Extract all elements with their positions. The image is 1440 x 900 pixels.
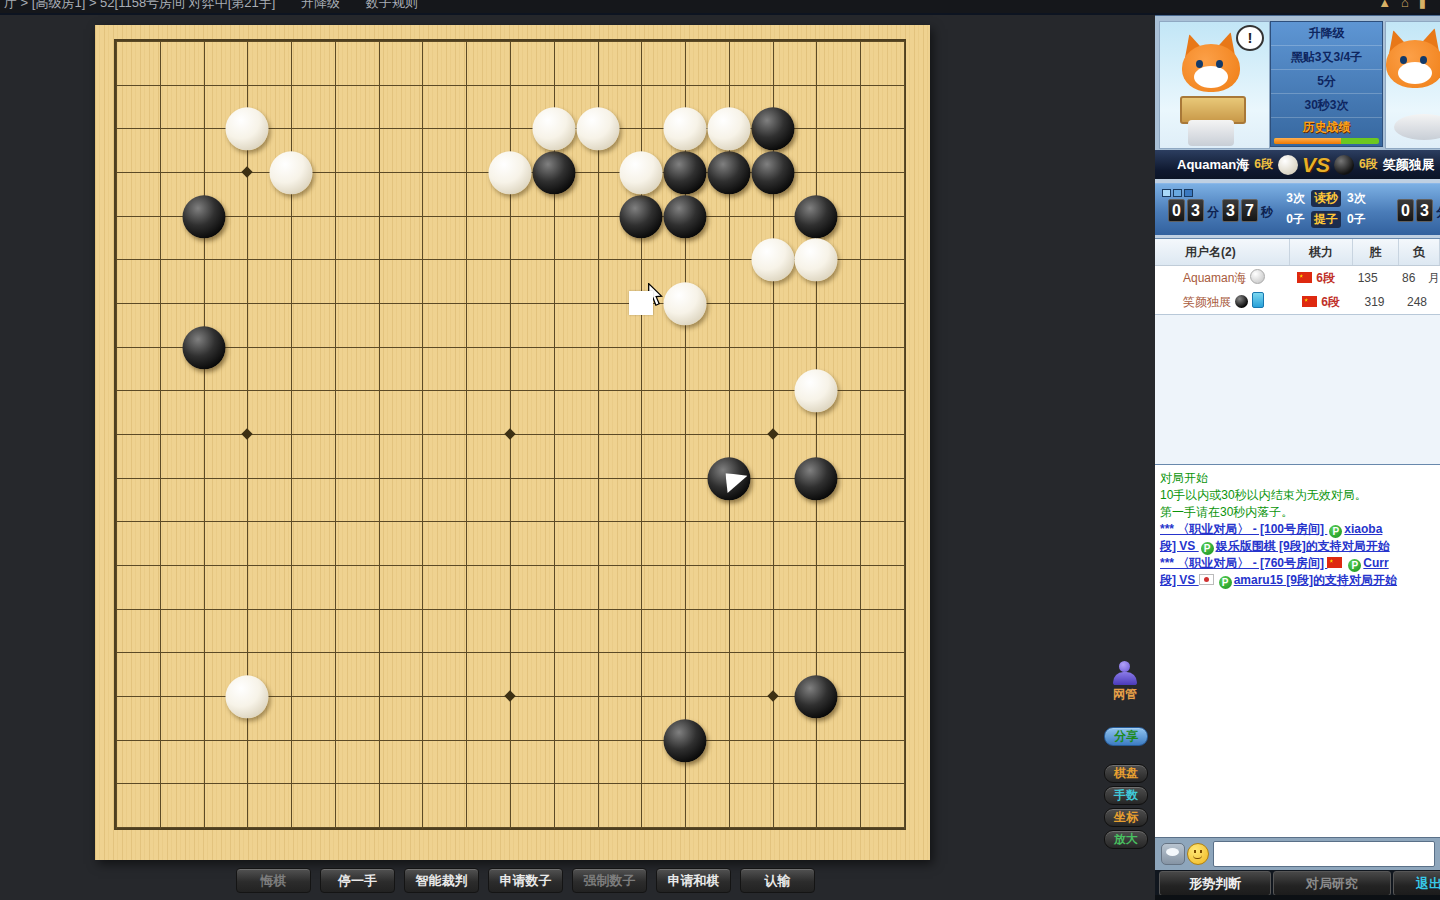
header-wins: 胜 [1353, 239, 1399, 265]
admin-label: 网管 [1106, 686, 1144, 703]
main-time-info: 5分 [1271, 70, 1382, 94]
hover-indicator [629, 291, 653, 315]
mobile-device-icon [1252, 292, 1264, 308]
move-numbers-button[interactable]: 手数 [1104, 786, 1148, 805]
window-square-icon[interactable] [1162, 189, 1171, 197]
stone-white-M17 [576, 108, 619, 151]
white-byoyomi-count: 3次 [1286, 191, 1305, 205]
title-bar: 厅 > [高级房1] > 52[1158号房间 对弈中[第21手] 升降级 数子… [0, 0, 1440, 13]
game-action-buttons: 悔棋 停一手 智能裁判 申请数子 强制数子 申请和棋 认输 [236, 868, 815, 893]
zoom-button[interactable]: 放大 [1104, 830, 1148, 849]
history-win-bar [1274, 138, 1379, 144]
china-flag-icon [1327, 557, 1342, 568]
stone-white-L17 [532, 108, 575, 151]
table-header: 用户名(2) 棋力 胜 负 [1155, 239, 1440, 266]
star-point [504, 428, 515, 439]
player-rank: 6段 [1316, 271, 1335, 285]
player-wins: 135 [1346, 266, 1389, 290]
stone-black-P9 [707, 457, 750, 500]
request-draw-button[interactable]: 申请和棋 [656, 868, 731, 893]
player-name: 笑颜独展 [1183, 295, 1231, 309]
stone-black-O15 [664, 195, 707, 238]
pro-badge-icon: P [1219, 576, 1232, 589]
stone-white-D4 [226, 675, 269, 718]
star-point [242, 166, 253, 177]
clock-digit: 3 [1416, 199, 1433, 222]
fox-mascot-icon [1385, 22, 1440, 148]
bottom-strip [1155, 895, 1440, 900]
app-window: 厅 > [高级房1] > 52[1158号房间 对弈中[第21手] 升降级 数子… [0, 0, 1440, 900]
byoyomi-label: 读秒 [1311, 190, 1341, 207]
history-record-label[interactable]: 历史战绩 [1271, 118, 1382, 136]
board-intersections[interactable] [116, 41, 905, 829]
clock-digit: 3 [1222, 199, 1239, 222]
divider [0, 13, 1440, 15]
window-square-icon[interactable] [1173, 189, 1182, 197]
resign-button[interactable]: 认输 [740, 868, 815, 893]
chat-text-input[interactable] [1213, 841, 1435, 867]
clock-digit: 3 [1187, 199, 1204, 222]
chat-bubble-icon[interactable] [1161, 843, 1185, 865]
stone-white-D17 [226, 108, 269, 151]
last-move-marker [725, 473, 747, 493]
window-square-icon[interactable] [1184, 189, 1193, 197]
white-clock: 03分37秒 [1168, 199, 1276, 222]
white-stone-icon [1278, 155, 1298, 175]
black-stone-icon [1235, 295, 1248, 308]
star-point [767, 690, 778, 701]
stone-white-Q14 [751, 239, 794, 282]
chat-link-message[interactable]: *** 〈职业对局〉 - [100号房间] Pxiaoba [1160, 521, 1440, 538]
stone-black-O16 [664, 151, 707, 194]
china-flag-icon [1302, 296, 1317, 307]
player-name: Aquaman海 [1183, 271, 1246, 285]
table-row[interactable]: 笑颜独展 6段 319 248 [1155, 290, 1440, 314]
player-wins: 319 [1352, 290, 1397, 314]
clock-digit: 0 [1168, 199, 1185, 222]
chat-input-bar [1155, 837, 1440, 870]
stone-black-R15 [795, 195, 838, 238]
stone-black-Q16 [751, 151, 794, 194]
stone-white-P17 [707, 108, 750, 151]
white-stone-icon [1250, 269, 1265, 284]
panel-buttons: 形势判断 对局研究 退出 [1155, 870, 1440, 895]
pro-badge-icon: P [1201, 542, 1214, 555]
stone-black-C12 [182, 326, 225, 369]
emoji-icon[interactable] [1187, 843, 1209, 865]
black-clock: 03分 [1397, 199, 1440, 222]
minutes-label: 分 [1207, 205, 1219, 219]
stone-white-O13 [664, 282, 707, 325]
star-point [504, 690, 515, 701]
chat-link-message[interactable]: 段] VS Pamaru15 [9段]的支持对局开始 [1160, 572, 1440, 589]
breadcrumb: 厅 > [高级房1] > 52[1158号房间 对弈中[第21手] [4, 0, 275, 10]
stone-white-E16 [270, 151, 313, 194]
black-player-name: 笑颜独展 [1383, 156, 1435, 174]
pro-badge-icon: P [1329, 525, 1342, 538]
clock-digit: 0 [1397, 199, 1414, 222]
black-stone-icon [1334, 155, 1354, 175]
players-table: 用户名(2) 棋力 胜 负 Aquaman海 6段 135 86 月 笑颜独展 … [1155, 238, 1440, 315]
vs-bar: Aquaman海 6段 VS 6段 笑颜独展 [1155, 150, 1440, 179]
go-board[interactable] [95, 25, 930, 860]
panel-spacer [1155, 314, 1440, 465]
right-panel: ! 升降级 黑贴3又3/4子 5分 30秒3次 历史战绩 [1155, 15, 1440, 900]
territory-estimate-button[interactable]: 形势判断 [1159, 871, 1271, 896]
stone-black-L16 [532, 151, 575, 194]
stone-black-N15 [620, 195, 663, 238]
vs-label: VS [1302, 153, 1330, 177]
player-rank: 6段 [1321, 295, 1340, 309]
match-mode-label: 升降级 [301, 0, 340, 10]
match-mode: 升降级 [1271, 22, 1382, 46]
pro-badge-icon: P [1348, 559, 1361, 572]
stone-black-R9 [795, 457, 838, 500]
chat-message: 第一手请在30秒内落子。 [1160, 504, 1440, 521]
white-player-rank: 6段 [1254, 156, 1273, 173]
black-captures: 0子 [1347, 212, 1366, 226]
share-button[interactable]: 分享 [1104, 727, 1148, 746]
black-player-rank: 6段 [1359, 156, 1378, 173]
players-header: ! 升降级 黑贴3又3/4子 5分 30秒3次 历史战绩 [1155, 16, 1440, 179]
clock-digit: 7 [1241, 199, 1258, 222]
stone-black-C15 [182, 195, 225, 238]
stone-white-R11 [795, 370, 838, 413]
player-extra: 月 [1428, 266, 1440, 290]
chat-log: 对局开始 10手以内或30秒以内结束为无效对局。 第一手请在30秒内落子。 **… [1155, 464, 1440, 837]
black-byoyomi-count: 3次 [1347, 191, 1366, 205]
pass-button[interactable]: 停一手 [320, 868, 395, 893]
chat-link-message[interactable]: 段] VS P娱乐版围棋 [9段]的支持对局开始 [1160, 538, 1440, 555]
coordinates-button[interactable]: 坐标 [1104, 808, 1148, 827]
star-point [767, 428, 778, 439]
admin-person-icon [1112, 661, 1138, 685]
star-point [242, 428, 253, 439]
stone-white-K16 [489, 151, 532, 194]
header-losses: 负 [1399, 239, 1440, 265]
chat-link-message[interactable]: *** 〈职业对局〉 - [760号房间] PCurr [1160, 555, 1440, 572]
stone-white-N16 [620, 151, 663, 194]
header-username: 用户名(2) [1155, 239, 1290, 265]
table-row[interactable]: Aquaman海 6段 135 86 月 [1155, 266, 1440, 290]
timer-bar: 03分37秒 3次读秒3次 0子提子0子 03分 [1155, 183, 1440, 235]
chat-message: 10手以内或30秒以内结束为无效对局。 [1160, 487, 1440, 504]
player-losses: 86 [1389, 266, 1428, 290]
ai-referee-button[interactable]: 智能裁判 [404, 868, 479, 893]
force-count-button[interactable]: 强制数子 [572, 868, 647, 893]
request-count-button[interactable]: 申请数子 [488, 868, 563, 893]
captures-label: 提子 [1311, 211, 1341, 228]
match-info-box: 升降级 黑贴3又3/4子 5分 30秒3次 历史战绩 [1270, 21, 1383, 147]
board-style-button[interactable]: 棋盘 [1104, 764, 1148, 783]
byoyomi-info: 30秒3次 [1271, 94, 1382, 118]
stone-black-O3 [664, 719, 707, 762]
exclamation-bubble-icon: ! [1236, 25, 1264, 51]
white-captures: 0子 [1286, 212, 1305, 226]
stone-white-O17 [664, 108, 707, 151]
byoyomi-capture-info: 3次读秒3次 0子提子0子 [1271, 188, 1381, 230]
stone-black-P16 [707, 151, 750, 194]
header-rank: 棋力 [1290, 239, 1353, 265]
stone-black-Q17 [751, 108, 794, 151]
white-player-avatar: ! [1159, 21, 1270, 149]
rule-label: 数子规则 [366, 0, 418, 10]
undo-button[interactable]: 悔棋 [236, 868, 311, 893]
black-player-avatar [1385, 21, 1440, 149]
minutes-label: 分 [1436, 205, 1440, 219]
komi-info: 黑贴3又3/4子 [1271, 46, 1382, 70]
player-losses: 248 [1397, 290, 1437, 314]
window-controls-icons[interactable]: ▲⌂▮ [1378, 0, 1436, 10]
china-flag-icon [1297, 272, 1312, 283]
japan-flag-icon [1199, 574, 1214, 585]
stone-white-R14 [795, 239, 838, 282]
white-player-name: Aquaman海 [1177, 156, 1249, 174]
admin-call-button[interactable]: 网管 [1106, 661, 1144, 703]
game-research-button[interactable]: 对局研究 [1273, 871, 1391, 896]
stone-black-R4 [795, 675, 838, 718]
exit-button[interactable]: 退出 [1393, 871, 1440, 896]
chat-message: 对局开始 [1160, 470, 1440, 487]
